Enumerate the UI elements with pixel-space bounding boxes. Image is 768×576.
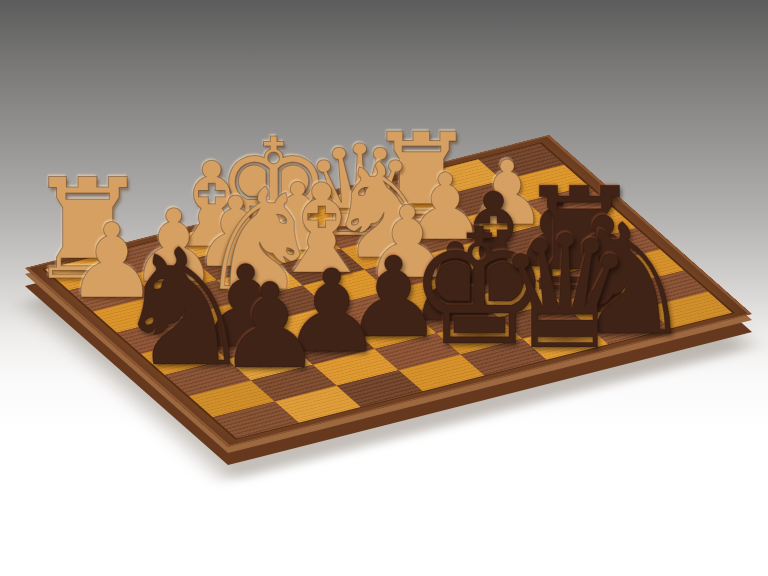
piece-black-queen-c8[interactable]: ♛ (495, 216, 636, 373)
pieces-layer: ♜♟♚♛♟♝♟♞♟♟♝♜♟♟♝♞♜♟♝♟♞♟♚♟♛♟♞♟ (0, 0, 768, 576)
photo-scene: ♜♟♚♛♟♝♟♞♟♟♝♜♟♟♝♞♜♟♝♟♞♟♚♟♛♟♞♟ (0, 0, 768, 576)
piece-black-pawn-g6[interactable]: ♟ (217, 268, 322, 385)
